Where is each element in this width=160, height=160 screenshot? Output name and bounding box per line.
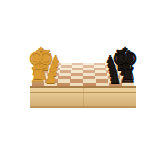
box-bottom-edge	[30, 106, 136, 108]
chess-set-product-photo: ♜♞♝♛♚♝♞♜♟♟♟♟♟♟♟♟♟♟♟♟♟♟♟♟♜♞♝♛♚♝♞♜	[0, 0, 160, 160]
chess-board	[28, 63, 138, 88]
wooden-box	[30, 86, 136, 108]
box-fold-line	[83, 88, 84, 108]
